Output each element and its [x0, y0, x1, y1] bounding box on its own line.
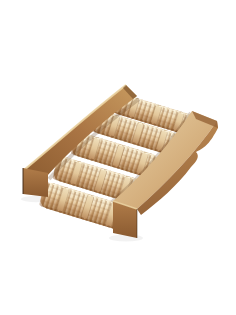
left-rail-foot [23, 168, 48, 197]
product-photo-stage: Wooden foot massage roller [0, 0, 236, 315]
foot-massager-illustration: Wooden foot massage roller [0, 0, 236, 315]
